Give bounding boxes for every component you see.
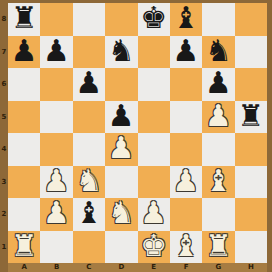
piece-black-king[interactable]: ♚ (140, 3, 167, 33)
square-g5[interactable]: ♟ (202, 101, 234, 134)
square-d8[interactable] (105, 3, 137, 36)
square-b3[interactable]: ♟ (40, 166, 72, 199)
rank-label-3: 3 (0, 166, 8, 199)
square-g4[interactable] (202, 133, 234, 166)
chess-board-frame: 8 7 6 5 4 3 2 1 ♜♚♝♟♟♞♟♞♟♟♟♟♜♟♟♞♟♝♟♝♞♟♜♚… (0, 0, 272, 272)
piece-white-pawn[interactable]: ♟ (173, 166, 200, 196)
file-label-c: C (73, 263, 105, 272)
piece-white-bishop[interactable]: ♝ (205, 166, 232, 196)
square-d3[interactable] (105, 166, 137, 199)
square-e5[interactable] (138, 101, 170, 134)
square-e4[interactable] (138, 133, 170, 166)
square-d6[interactable] (105, 68, 137, 101)
piece-black-pawn[interactable]: ♟ (75, 68, 102, 98)
square-h6[interactable] (235, 68, 267, 101)
file-label-f: F (170, 263, 202, 272)
piece-black-rook[interactable]: ♜ (11, 3, 38, 33)
piece-black-pawn[interactable]: ♟ (108, 101, 135, 131)
piece-white-rook[interactable]: ♜ (11, 231, 38, 261)
square-e2[interactable]: ♟ (138, 198, 170, 231)
file-label-e: E (138, 263, 170, 272)
rank-label-2: 2 (0, 198, 8, 231)
square-b6[interactable] (40, 68, 72, 101)
square-d2[interactable]: ♞ (105, 198, 137, 231)
rank-label-4: 4 (0, 133, 8, 166)
square-c2[interactable]: ♝ (73, 198, 105, 231)
square-g2[interactable] (202, 198, 234, 231)
square-c6[interactable]: ♟ (73, 68, 105, 101)
square-b8[interactable] (40, 3, 72, 36)
square-a5[interactable] (8, 101, 40, 134)
square-d5[interactable]: ♟ (105, 101, 137, 134)
rank-label-8: 8 (0, 3, 8, 36)
file-label-h: H (235, 263, 267, 272)
square-d4[interactable]: ♟ (105, 133, 137, 166)
piece-white-pawn[interactable]: ♟ (205, 101, 232, 131)
square-h5[interactable]: ♜ (235, 101, 267, 134)
square-e3[interactable] (138, 166, 170, 199)
piece-black-pawn[interactable]: ♟ (173, 36, 200, 66)
square-c7[interactable] (73, 36, 105, 69)
square-f1[interactable]: ♝ (170, 231, 202, 264)
square-b4[interactable] (40, 133, 72, 166)
rank-label-5: 5 (0, 101, 8, 134)
square-h7[interactable] (235, 36, 267, 69)
piece-white-pawn[interactable]: ♟ (43, 198, 70, 228)
square-f6[interactable] (170, 68, 202, 101)
square-g7[interactable]: ♞ (202, 36, 234, 69)
piece-black-rook[interactable]: ♜ (237, 101, 264, 131)
square-f4[interactable] (170, 133, 202, 166)
piece-white-rook[interactable]: ♜ (205, 231, 232, 261)
square-c1[interactable] (73, 231, 105, 264)
square-a3[interactable] (8, 166, 40, 199)
square-f5[interactable] (170, 101, 202, 134)
piece-black-pawn[interactable]: ♟ (205, 68, 232, 98)
square-a6[interactable] (8, 68, 40, 101)
square-d1[interactable] (105, 231, 137, 264)
rank-label-6: 6 (0, 68, 8, 101)
square-g6[interactable]: ♟ (202, 68, 234, 101)
square-g3[interactable]: ♝ (202, 166, 234, 199)
piece-white-king[interactable]: ♚ (140, 231, 167, 261)
square-h4[interactable] (235, 133, 267, 166)
square-c8[interactable] (73, 3, 105, 36)
rank-labels: 8 7 6 5 4 3 2 1 (0, 3, 8, 263)
square-h2[interactable] (235, 198, 267, 231)
piece-white-pawn[interactable]: ♟ (140, 198, 167, 228)
file-label-g: G (202, 263, 234, 272)
piece-white-knight[interactable]: ♞ (108, 198, 135, 228)
square-e8[interactable]: ♚ (138, 3, 170, 36)
piece-black-knight[interactable]: ♞ (108, 36, 135, 66)
square-c3[interactable]: ♞ (73, 166, 105, 199)
piece-black-bishop[interactable]: ♝ (173, 3, 200, 33)
square-f2[interactable] (170, 198, 202, 231)
board: ♜♚♝♟♟♞♟♞♟♟♟♟♜♟♟♞♟♝♟♝♞♟♜♚♝♜ (8, 3, 267, 263)
square-c4[interactable] (73, 133, 105, 166)
square-a4[interactable] (8, 133, 40, 166)
square-b5[interactable] (40, 101, 72, 134)
file-label-a: A (8, 263, 40, 272)
rank-label-1: 1 (0, 231, 8, 264)
square-g8[interactable] (202, 3, 234, 36)
square-e7[interactable] (138, 36, 170, 69)
square-b1[interactable] (40, 231, 72, 264)
square-f8[interactable]: ♝ (170, 3, 202, 36)
square-f3[interactable]: ♟ (170, 166, 202, 199)
square-b2[interactable]: ♟ (40, 198, 72, 231)
piece-black-bishop[interactable]: ♝ (75, 198, 102, 228)
square-a8[interactable]: ♜ (8, 3, 40, 36)
square-h1[interactable] (235, 231, 267, 264)
piece-black-pawn[interactable]: ♟ (11, 36, 38, 66)
square-a1[interactable]: ♜ (8, 231, 40, 264)
piece-white-pawn[interactable]: ♟ (108, 133, 135, 163)
piece-black-knight[interactable]: ♞ (205, 36, 232, 66)
square-a7[interactable]: ♟ (8, 36, 40, 69)
square-e6[interactable] (138, 68, 170, 101)
square-c5[interactable] (73, 101, 105, 134)
square-e1[interactable]: ♚ (138, 231, 170, 264)
piece-black-pawn[interactable]: ♟ (43, 36, 70, 66)
rank-label-7: 7 (0, 36, 8, 69)
square-h8[interactable] (235, 3, 267, 36)
square-g1[interactable]: ♜ (202, 231, 234, 264)
square-f7[interactable]: ♟ (170, 36, 202, 69)
file-label-b: B (40, 263, 72, 272)
piece-white-knight[interactable]: ♞ (75, 166, 102, 196)
file-label-d: D (105, 263, 137, 272)
square-a2[interactable] (8, 198, 40, 231)
file-labels: A B C D E F G H (8, 263, 267, 272)
square-b7[interactable]: ♟ (40, 36, 72, 69)
square-h3[interactable] (235, 166, 267, 199)
piece-white-pawn[interactable]: ♟ (43, 166, 70, 196)
square-d7[interactable]: ♞ (105, 36, 137, 69)
piece-white-bishop[interactable]: ♝ (173, 231, 200, 261)
